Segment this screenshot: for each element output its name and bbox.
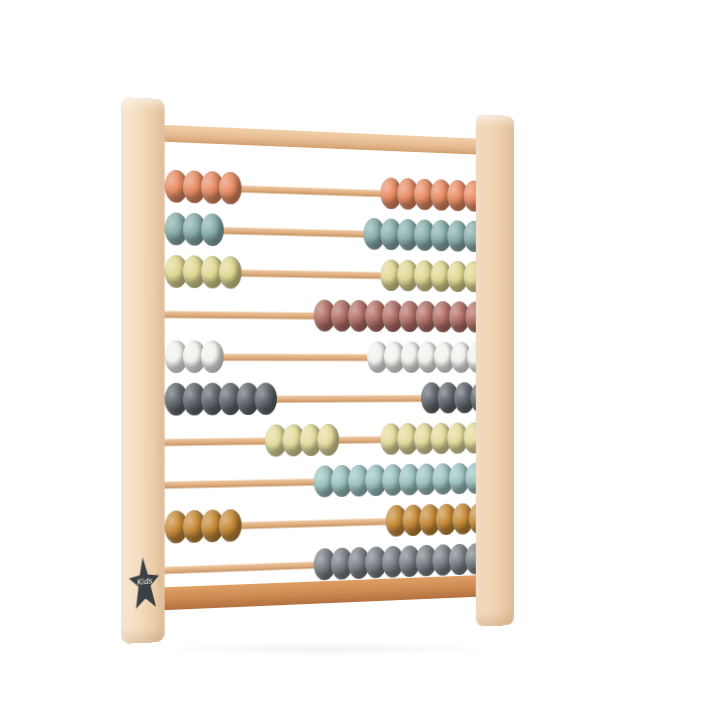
right-bead-group xyxy=(314,463,486,498)
bead-row-9 xyxy=(165,502,476,544)
brand-logo-text: Kids xyxy=(136,576,153,587)
bead-rows xyxy=(121,97,514,644)
bead-row-7 xyxy=(165,422,476,460)
abacus-frame: Kids xyxy=(121,97,514,644)
right-bead-group xyxy=(380,177,484,212)
dark-gray-bead[interactable] xyxy=(255,383,277,415)
right-bead-group xyxy=(380,422,484,455)
bead-row-3 xyxy=(165,254,476,293)
bead-row-6 xyxy=(165,381,476,416)
pale-yellow-bead[interactable] xyxy=(219,256,242,289)
right-bead-group xyxy=(367,341,488,373)
left-bead-group xyxy=(265,424,339,457)
left-bead-group xyxy=(165,340,224,373)
floor-shadow xyxy=(150,642,500,656)
left-bead-group xyxy=(165,383,277,416)
product-photo: Kids xyxy=(0,0,720,720)
right-bead-group xyxy=(386,503,490,537)
right-bead-group xyxy=(314,300,486,333)
coral-bead[interactable] xyxy=(219,172,242,205)
left-bead-group xyxy=(165,509,242,544)
pale-yellow-bead[interactable] xyxy=(317,424,339,456)
left-post: Kids xyxy=(121,97,165,644)
right-bead-group xyxy=(363,218,484,252)
left-bead-group xyxy=(165,212,224,246)
right-bead-group xyxy=(314,543,486,581)
right-post xyxy=(476,114,514,627)
bead-row-4 xyxy=(165,297,476,334)
mustard-bead[interactable] xyxy=(219,509,242,542)
bead-row-1 xyxy=(165,169,476,213)
bead-row-2 xyxy=(165,211,476,253)
right-bead-group xyxy=(380,259,484,292)
teal-bead[interactable] xyxy=(201,213,224,246)
bead-row-8 xyxy=(165,462,476,502)
left-bead-group xyxy=(165,255,242,289)
brand-star-logo: Kids xyxy=(126,555,163,612)
left-bead-group xyxy=(165,170,242,205)
white-bead[interactable] xyxy=(201,340,224,373)
bead-row-5 xyxy=(165,339,476,374)
